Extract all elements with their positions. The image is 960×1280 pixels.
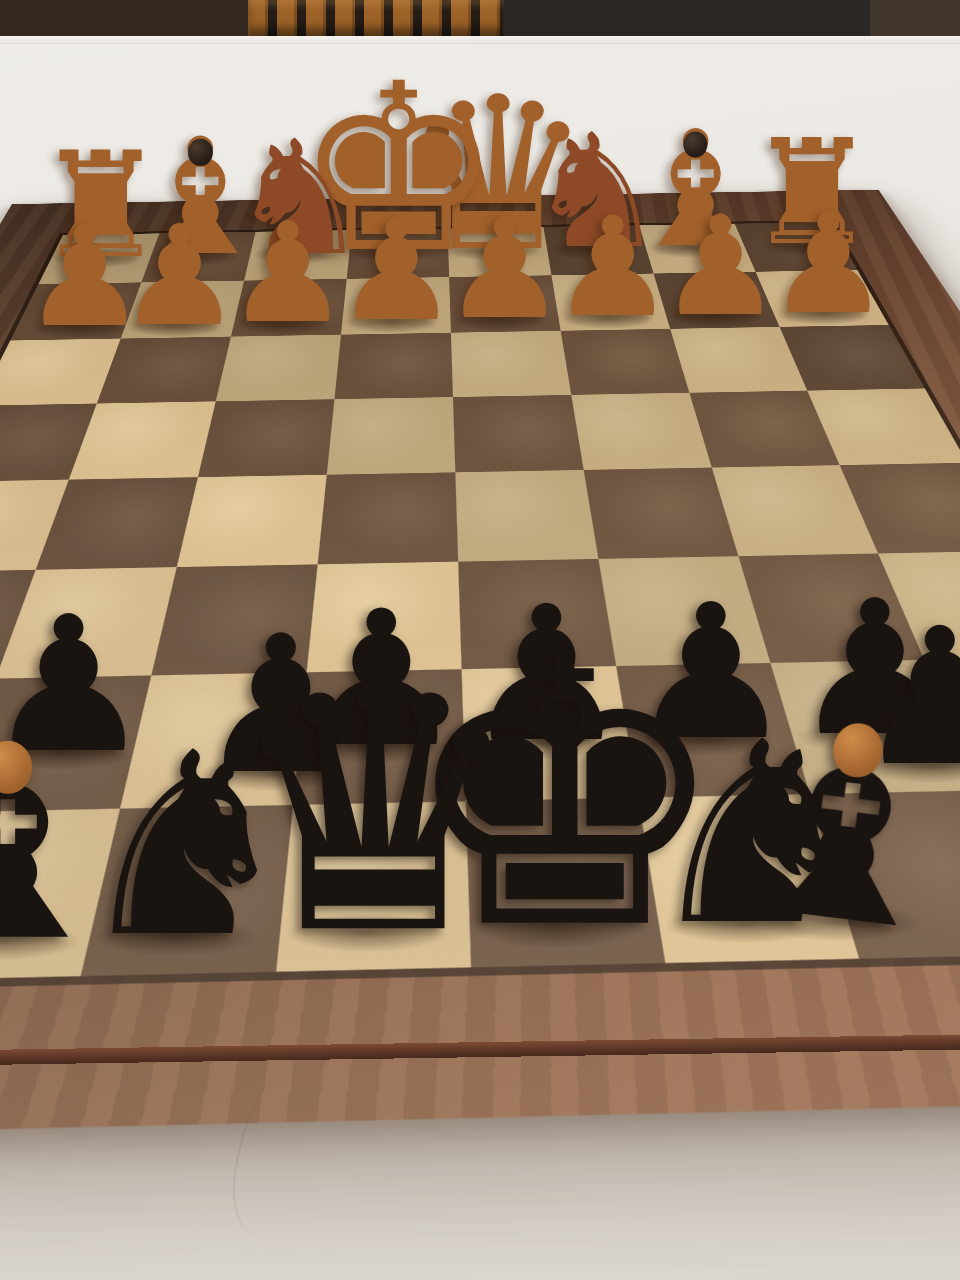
piece-white-pawn-h2: ♟ <box>22 208 146 347</box>
square-c4 <box>571 393 712 470</box>
square-e4 <box>327 397 456 475</box>
white-pawn-glyph: ♟ <box>443 201 567 339</box>
white-pawn-glyph: ♟ <box>22 208 146 347</box>
photo-stage: ♜♝♞♚♛♞♝♜♟♟♟♟♟♟♟♟♟♟♟♟♟♟♟♟♜♝♞♛♚♞♝♜ <box>0 0 960 1280</box>
square-f4 <box>198 399 335 477</box>
white-bishop-finial <box>188 139 212 166</box>
piece-white-pawn-d2: ♟ <box>443 201 567 339</box>
white-pawn-glyph: ♟ <box>334 203 458 341</box>
white-pawn-glyph: ♟ <box>767 196 890 333</box>
floor-shadow-left <box>0 0 248 36</box>
piece-white-pawn-e2: ♟ <box>334 203 458 341</box>
floor-shadow-middle <box>504 0 870 36</box>
square-f5 <box>177 475 327 567</box>
square-d4 <box>453 395 584 472</box>
background-floor-band <box>0 0 960 36</box>
piece-white-pawn-b2: ♟ <box>659 198 782 336</box>
square-d5 <box>455 470 598 562</box>
piece-white-pawn-c2: ♟ <box>551 200 675 338</box>
piece-white-pawn-a2: ♟ <box>767 196 890 333</box>
white-pawn-glyph: ♟ <box>226 205 350 343</box>
floor-shadow-right <box>870 0 960 36</box>
piece-black-bishop-g8: ♝ <box>0 720 123 977</box>
chair-back-slats <box>248 0 504 36</box>
piece-white-pawn-f2: ♟ <box>226 205 350 343</box>
square-e5 <box>318 472 459 564</box>
white-pawn-glyph: ♟ <box>551 200 675 338</box>
white-pawn-glyph: ♟ <box>659 198 782 336</box>
